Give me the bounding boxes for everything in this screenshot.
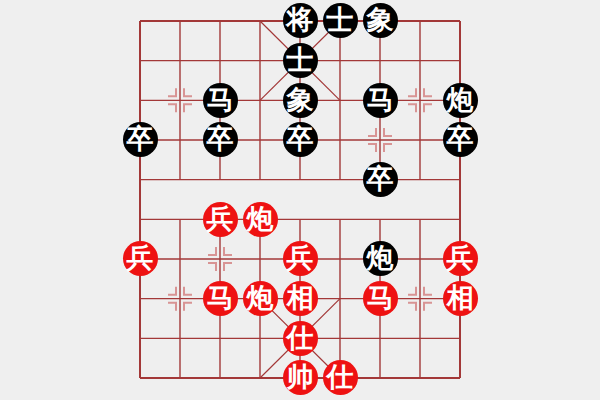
- board-point[interactable]: 兵: [280, 239, 320, 279]
- board-point[interactable]: [160, 160, 200, 200]
- board-point[interactable]: [400, 318, 440, 358]
- piece-black-advisor[interactable]: 士: [283, 43, 318, 78]
- board-point[interactable]: [320, 120, 360, 160]
- board-point[interactable]: [360, 120, 400, 160]
- piece-black-elephant[interactable]: 象: [363, 3, 398, 38]
- board-point[interactable]: [440, 199, 480, 239]
- board-point[interactable]: [200, 41, 240, 81]
- piece-black-soldier[interactable]: 卒: [123, 122, 158, 157]
- board-point[interactable]: 马: [360, 80, 400, 120]
- board-point[interactable]: 炮: [440, 80, 480, 120]
- board-point[interactable]: 卒: [440, 120, 480, 160]
- piece-red-cannon[interactable]: 炮: [243, 202, 278, 237]
- board-point[interactable]: [440, 160, 480, 200]
- board-point[interactable]: [240, 1, 280, 41]
- board-point[interactable]: 象: [280, 80, 320, 120]
- board-point[interactable]: 相: [280, 279, 320, 319]
- board-point[interactable]: [240, 318, 280, 358]
- board-point[interactable]: 卒: [280, 120, 320, 160]
- board-point[interactable]: 兵: [440, 239, 480, 279]
- board-point[interactable]: 帅: [280, 358, 320, 398]
- board-point[interactable]: 兵: [200, 199, 240, 239]
- board-point[interactable]: [240, 41, 280, 81]
- board-point[interactable]: [200, 358, 240, 398]
- board-point[interactable]: 卒: [120, 120, 160, 160]
- board-point[interactable]: [320, 279, 360, 319]
- piece-black-horse[interactable]: 马: [363, 83, 398, 118]
- board-point[interactable]: [400, 1, 440, 41]
- board-point[interactable]: [240, 120, 280, 160]
- board-point[interactable]: [160, 120, 200, 160]
- board-point[interactable]: [160, 279, 200, 319]
- board-point[interactable]: [400, 358, 440, 398]
- piece-red-soldier[interactable]: 兵: [283, 241, 318, 276]
- piece-black-soldier[interactable]: 卒: [443, 122, 478, 157]
- board-point[interactable]: [400, 80, 440, 120]
- board-point[interactable]: [120, 318, 160, 358]
- board-point[interactable]: [440, 318, 480, 358]
- piece-red-soldier[interactable]: 兵: [123, 241, 158, 276]
- board-point[interactable]: [120, 41, 160, 81]
- board-point[interactable]: [400, 199, 440, 239]
- piece-black-cannon[interactable]: 炮: [363, 241, 398, 276]
- piece-black-soldier[interactable]: 卒: [363, 162, 398, 197]
- piece-red-advisor[interactable]: 仕: [323, 360, 358, 395]
- board-point[interactable]: [160, 1, 200, 41]
- piece-red-advisor[interactable]: 仕: [283, 321, 318, 356]
- board-point[interactable]: [160, 41, 200, 81]
- board-point[interactable]: [360, 199, 400, 239]
- board-point[interactable]: 将: [280, 1, 320, 41]
- board-point[interactable]: [120, 80, 160, 120]
- board-point[interactable]: 炮: [240, 199, 280, 239]
- board-point[interactable]: [280, 199, 320, 239]
- board-point[interactable]: [320, 160, 360, 200]
- board-point[interactable]: 炮: [240, 279, 280, 319]
- board-point[interactable]: [200, 160, 240, 200]
- board-point[interactable]: [240, 239, 280, 279]
- board-point[interactable]: 士: [320, 1, 360, 41]
- board-point[interactable]: [320, 239, 360, 279]
- piece-black-advisor[interactable]: 士: [323, 3, 358, 38]
- board-point[interactable]: 马: [200, 80, 240, 120]
- board-point[interactable]: [160, 199, 200, 239]
- piece-red-soldier[interactable]: 兵: [443, 241, 478, 276]
- board-point[interactable]: [120, 1, 160, 41]
- piece-red-general[interactable]: 帅: [283, 360, 318, 395]
- board-point[interactable]: 仕: [280, 318, 320, 358]
- xiangqi-board: 将士象士马象马炮卒卒卒卒卒兵炮兵兵炮兵马炮相马相仕帅仕: [120, 1, 480, 398]
- board-point[interactable]: 马: [360, 279, 400, 319]
- board-point[interactable]: [240, 358, 280, 398]
- board-point[interactable]: [320, 318, 360, 358]
- board-point[interactable]: [200, 1, 240, 41]
- board-point[interactable]: [160, 239, 200, 279]
- board-point[interactable]: [240, 80, 280, 120]
- board-point[interactable]: [440, 41, 480, 81]
- piece-red-horse[interactable]: 马: [363, 281, 398, 316]
- board-point[interactable]: [400, 239, 440, 279]
- piece-red-soldier[interactable]: 兵: [203, 202, 238, 237]
- board-point[interactable]: 仕: [320, 358, 360, 398]
- board-point[interactable]: [200, 239, 240, 279]
- board-point[interactable]: 马: [200, 279, 240, 319]
- board-point[interactable]: 士: [280, 41, 320, 81]
- piece-black-soldier[interactable]: 卒: [203, 122, 238, 157]
- xiangqi-screenshot: 将士象士马象马炮卒卒卒卒卒兵炮兵兵炮兵马炮相马相仕帅仕: [0, 0, 600, 400]
- board-point[interactable]: [320, 41, 360, 81]
- piece-black-cannon[interactable]: 炮: [443, 83, 478, 118]
- board-point[interactable]: 卒: [200, 120, 240, 160]
- board-point[interactable]: [160, 358, 200, 398]
- board-point[interactable]: [400, 279, 440, 319]
- board-point[interactable]: [240, 160, 280, 200]
- board-point[interactable]: 炮: [360, 239, 400, 279]
- board-point[interactable]: [400, 41, 440, 81]
- board-point[interactable]: 象: [360, 1, 400, 41]
- board-point[interactable]: 兵: [120, 239, 160, 279]
- board-point[interactable]: [200, 318, 240, 358]
- board-point[interactable]: [120, 199, 160, 239]
- board-point[interactable]: [400, 160, 440, 200]
- piece-black-elephant[interactable]: 象: [283, 83, 318, 118]
- piece-red-horse[interactable]: 马: [203, 281, 238, 316]
- piece-black-general[interactable]: 将: [283, 3, 318, 38]
- piece-black-horse[interactable]: 马: [203, 83, 238, 118]
- board-point[interactable]: [280, 160, 320, 200]
- board-point[interactable]: [160, 80, 200, 120]
- board-point[interactable]: [320, 199, 360, 239]
- board-point[interactable]: [360, 358, 400, 398]
- board-point[interactable]: [120, 160, 160, 200]
- piece-black-soldier[interactable]: 卒: [283, 122, 318, 157]
- piece-red-elephant[interactable]: 相: [443, 281, 478, 316]
- board-point[interactable]: [160, 318, 200, 358]
- board-point[interactable]: 卒: [360, 160, 400, 200]
- board-point[interactable]: [360, 318, 400, 358]
- board-point[interactable]: [120, 358, 160, 398]
- piece-red-elephant[interactable]: 相: [283, 281, 318, 316]
- board-point[interactable]: 相: [440, 279, 480, 319]
- board-point[interactable]: [400, 120, 440, 160]
- board-point[interactable]: [360, 41, 400, 81]
- piece-red-cannon[interactable]: 炮: [243, 281, 278, 316]
- board-point[interactable]: [440, 358, 480, 398]
- board-point[interactable]: [120, 279, 160, 319]
- board-point[interactable]: [320, 80, 360, 120]
- board-point[interactable]: [440, 1, 480, 41]
